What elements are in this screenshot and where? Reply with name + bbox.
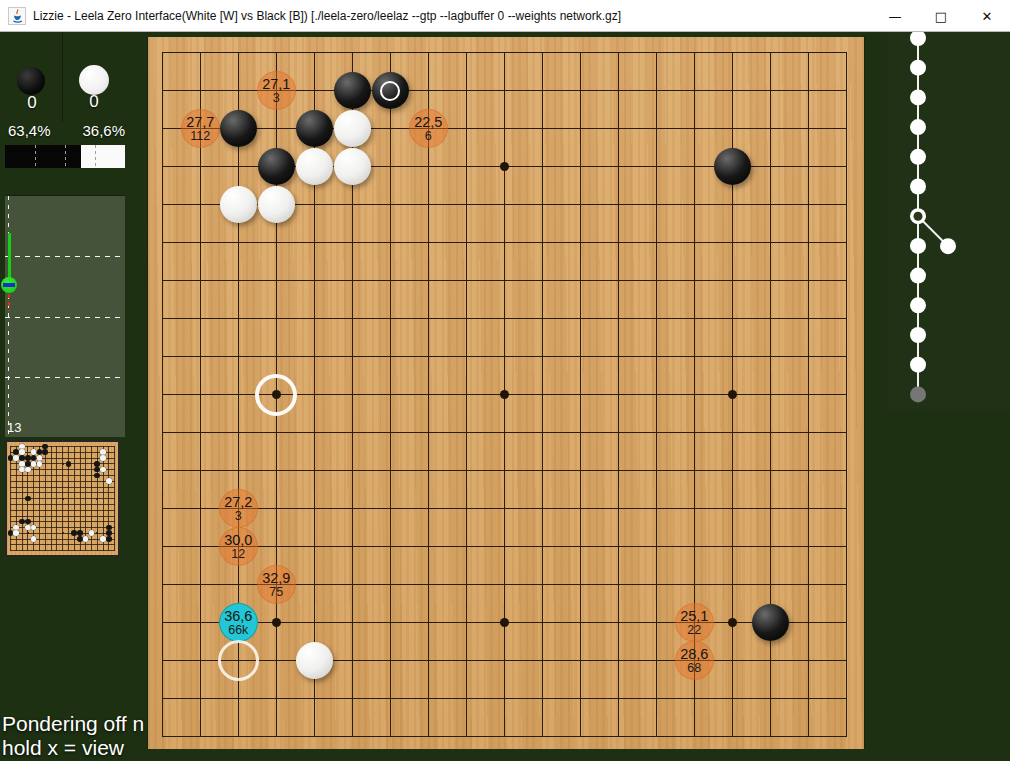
mini-star-point	[96, 532, 98, 534]
mini-white-stone	[106, 478, 112, 484]
suggestion-visits: 112	[190, 130, 210, 143]
close-button[interactable]: ✕	[964, 0, 1010, 32]
mini-black-stone	[8, 455, 14, 461]
suggestion-visits: 12	[231, 548, 245, 561]
mini-white-stone	[25, 467, 31, 473]
grid-line-vertical	[808, 52, 810, 738]
mini-black-stone	[106, 530, 112, 536]
move-suggestion[interactable]: 25,122	[675, 603, 714, 642]
suggestion-winrate: 28,6	[680, 647, 708, 662]
winrate-bar-white-segment	[81, 145, 125, 168]
mini-white-stone	[19, 449, 25, 455]
suggestion-winrate: 22,5	[414, 115, 442, 130]
tree-move-node[interactable]	[910, 89, 926, 105]
mini-white-stone	[19, 467, 25, 473]
move-suggestion[interactable]: 27,7112	[181, 109, 220, 148]
mini-black-stone	[42, 444, 48, 450]
mini-black-stone	[106, 536, 112, 542]
mini-white-stone	[13, 525, 19, 531]
white-stone	[296, 642, 333, 679]
tree-move-node[interactable]	[910, 268, 926, 284]
mini-white-stone	[31, 525, 37, 531]
mini-star-point	[27, 532, 29, 534]
mini-black-stone	[77, 530, 83, 536]
last-move-marker	[380, 81, 400, 101]
window-controls: — □ ✕	[872, 0, 1010, 32]
grid-line-vertical	[542, 52, 544, 738]
lizzie-window: Lizzie - Leela Zero Interface(White [W] …	[0, 0, 1010, 761]
graph-move-number: 13	[7, 420, 21, 435]
maximize-button[interactable]: □	[918, 0, 964, 32]
mini-grid-line-vertical	[114, 446, 115, 551]
grid-line-horizontal	[162, 470, 848, 472]
grid-line-vertical	[846, 52, 848, 738]
black-stone	[714, 148, 751, 185]
mini-grid-line-horizontal	[10, 510, 115, 511]
mini-star-point	[62, 498, 64, 500]
mini-white-stone	[100, 467, 106, 473]
go-board[interactable]: 27,1327,711222,5627,2330,01232,97536,666…	[148, 37, 864, 749]
mini-white-stone	[13, 455, 19, 461]
mini-white-stone	[83, 536, 89, 542]
white-winrate-label: 36,6%	[82, 122, 125, 139]
empty-ring-marker	[218, 640, 259, 681]
suggestion-winrate: 27,1	[262, 77, 290, 92]
move-suggestion[interactable]: 32,975	[257, 565, 296, 604]
grid-line-horizontal	[162, 660, 848, 662]
variation-tree	[888, 32, 1010, 410]
star-point	[500, 390, 509, 399]
mini-black-stone	[77, 536, 83, 542]
tree-move-node[interactable]	[910, 149, 926, 165]
tree-current-node-center	[914, 212, 923, 221]
java-app-icon	[8, 7, 26, 25]
mini-grid-line-vertical	[85, 446, 86, 551]
mini-white-stone	[19, 444, 25, 450]
status-line-1: Pondering off n	[2, 712, 144, 736]
suggestion-winrate: 30,0	[224, 533, 252, 548]
black-stone	[258, 148, 295, 185]
white-stone	[296, 148, 333, 185]
suggestion-winrate: 27,7	[186, 115, 214, 130]
mini-white-stone	[31, 536, 37, 542]
suggestion-visits: 3	[273, 92, 280, 105]
tree-pending-node[interactable]	[910, 386, 926, 402]
suggestion-visits: 68	[687, 662, 701, 675]
mini-black-stone	[31, 455, 37, 461]
winrate-graph[interactable]: 13	[5, 195, 125, 437]
grid-line-horizontal	[162, 698, 848, 700]
graph-losing-segment	[8, 294, 11, 311]
white-stone	[258, 186, 295, 223]
black-winrate-label: 63,4%	[8, 122, 51, 139]
black-stone	[752, 604, 789, 641]
suggestion-winrate: 36,6	[224, 609, 252, 624]
graph-gridline-75	[5, 377, 125, 378]
white-capture-stone-icon	[79, 65, 109, 95]
tree-branch-node[interactable]	[940, 238, 956, 254]
mini-white-stone	[19, 461, 25, 467]
mini-black-stone	[25, 519, 31, 525]
mini-white-stone	[89, 530, 95, 536]
window-titlebar[interactable]: Lizzie - Leela Zero Interface(White [W] …	[0, 0, 1010, 32]
minimize-button[interactable]: —	[872, 0, 918, 32]
winrate-bar-black-segment	[5, 145, 81, 168]
best-move-suggestion[interactable]: 36,666k	[219, 603, 258, 642]
star-point	[500, 618, 509, 627]
mini-black-stone	[94, 467, 100, 473]
mini-grid-line-horizontal	[10, 516, 115, 517]
suggestion-visits: 3	[235, 510, 242, 523]
grid-line-horizontal	[162, 432, 848, 434]
mini-white-stone	[100, 449, 106, 455]
empty-ring-marker	[255, 374, 297, 416]
white-capture-count: 0	[79, 92, 109, 112]
grid-line-vertical	[656, 52, 658, 738]
mini-black-stone	[8, 530, 14, 536]
mini-black-stone	[19, 519, 25, 525]
white-stone	[220, 186, 257, 223]
mini-grid-line-horizontal	[10, 550, 115, 551]
grid-line-vertical	[618, 52, 620, 738]
tree-move-node[interactable]	[910, 327, 926, 343]
mini-black-stone	[19, 455, 25, 461]
tree-move-node[interactable]	[910, 297, 926, 313]
mini-black-stone	[25, 461, 31, 467]
suggestion-visits: 22	[687, 624, 701, 637]
suggestion-visits: 6	[425, 130, 432, 143]
grid-line-vertical	[580, 52, 582, 738]
mini-grid-line-horizontal	[10, 539, 115, 540]
mini-black-stone	[25, 455, 31, 461]
tree-move-node[interactable]	[910, 60, 926, 76]
winrate-bar-75-mark	[95, 145, 96, 168]
variation-preview-board[interactable]	[5, 440, 120, 557]
white-stone	[334, 110, 371, 147]
graph-score-tick	[3, 283, 15, 287]
move-suggestion[interactable]: 28,668	[675, 641, 714, 680]
status-line-2: hold x = view	[2, 736, 124, 760]
tree-move-node[interactable]	[910, 179, 926, 195]
grid-line-horizontal	[162, 736, 848, 738]
mini-black-stone	[106, 525, 112, 531]
mini-black-stone	[13, 449, 19, 455]
suggestion-visits: 75	[269, 586, 283, 599]
tree-move-node[interactable]	[910, 32, 926, 46]
mini-grid-line-horizontal	[10, 504, 115, 505]
tree-move-node[interactable]	[910, 357, 926, 373]
tree-move-node[interactable]	[910, 119, 926, 135]
suggestion-visits: 66k	[228, 624, 248, 637]
black-capture-count: 0	[17, 93, 47, 113]
mini-black-stone	[25, 496, 31, 502]
black-stone	[334, 72, 371, 109]
star-point	[500, 162, 509, 171]
graph-gridline-25	[5, 256, 125, 257]
mini-black-stone	[94, 461, 100, 467]
mini-black-stone	[42, 449, 48, 455]
mini-white-stone	[100, 536, 106, 542]
mini-star-point	[62, 463, 64, 465]
winrate-bar	[5, 145, 125, 168]
mini-black-stone	[66, 461, 72, 467]
move-suggestion[interactable]: 27,23	[219, 489, 258, 528]
black-capture-stone-icon	[17, 67, 45, 95]
grid-line-horizontal	[162, 508, 848, 510]
mini-black-stone	[94, 473, 100, 479]
winrate-bar-25-mark	[35, 145, 36, 168]
mini-grid-line-vertical	[103, 446, 104, 551]
star-point	[272, 618, 281, 627]
mini-white-stone	[37, 461, 43, 467]
capture-panel-divider	[62, 32, 63, 122]
variation-tree-panel[interactable]	[888, 32, 1010, 410]
mini-white-stone	[31, 461, 37, 467]
star-point	[728, 390, 737, 399]
tree-move-node[interactable]	[910, 238, 926, 254]
black-stone	[220, 110, 257, 147]
suggestion-winrate: 27,2	[224, 495, 252, 510]
white-stone	[334, 148, 371, 185]
suggestion-winrate: 32,9	[262, 571, 290, 586]
suggestion-winrate: 25,1	[680, 609, 708, 624]
move-suggestion[interactable]: 22,56	[409, 109, 448, 148]
window-title: Lizzie - Leela Zero Interface(White [W] …	[33, 9, 621, 23]
black-stone	[296, 110, 333, 147]
mini-grid-line-horizontal	[10, 544, 115, 545]
mini-black-stone	[37, 449, 43, 455]
mini-white-stone	[31, 449, 37, 455]
mini-white-stone	[37, 455, 43, 461]
mini-star-point	[96, 498, 98, 500]
mini-white-stone	[13, 530, 19, 536]
graph-gridline-50	[5, 317, 125, 318]
main-area: 0 0 63,4% 36,6% 13 Po	[0, 32, 1010, 761]
winrate-bar-50-mark	[65, 145, 66, 168]
star-point	[728, 618, 737, 627]
grid-line-horizontal	[162, 546, 848, 548]
mini-white-stone	[25, 525, 31, 531]
mini-white-stone	[100, 455, 106, 461]
mini-star-point	[62, 532, 64, 534]
mini-black-stone	[71, 530, 77, 536]
move-suggestion[interactable]: 30,012	[219, 527, 258, 566]
move-suggestion[interactable]: 27,13	[257, 71, 296, 110]
